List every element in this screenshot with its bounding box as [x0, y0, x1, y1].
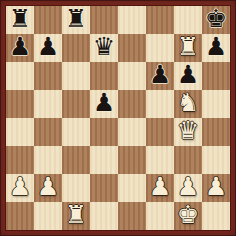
piece-black-rook[interactable]: ♜ — [65, 5, 87, 33]
square-g1[interactable]: ♚ — [174, 202, 202, 230]
piece-black-pawn[interactable]: ♟ — [93, 89, 115, 117]
square-d5[interactable]: ♟ — [90, 90, 118, 118]
square-a6[interactable] — [6, 62, 34, 90]
square-b3[interactable] — [34, 146, 62, 174]
square-b5[interactable] — [34, 90, 62, 118]
square-f7[interactable] — [146, 34, 174, 62]
piece-white-pawn[interactable]: ♟ — [149, 173, 171, 201]
piece-black-pawn[interactable]: ♟ — [9, 33, 31, 61]
square-g4[interactable]: ♛ — [174, 118, 202, 146]
square-c6[interactable] — [62, 62, 90, 90]
square-f1[interactable] — [146, 202, 174, 230]
square-e4[interactable] — [118, 118, 146, 146]
square-c7[interactable] — [62, 34, 90, 62]
piece-black-pawn[interactable]: ♟ — [37, 33, 59, 61]
square-g6[interactable]: ♟ — [174, 62, 202, 90]
square-a8[interactable]: ♜ — [6, 6, 34, 34]
piece-black-pawn[interactable]: ♟ — [149, 61, 171, 89]
square-d1[interactable] — [90, 202, 118, 230]
square-e8[interactable] — [118, 6, 146, 34]
chess-board: ♜♜♚♟♟♛♜♟♟♟♟♞♛♟♟♟♟♟♜♚ — [6, 6, 230, 230]
square-g3[interactable] — [174, 146, 202, 174]
piece-white-king[interactable]: ♚ — [177, 201, 199, 229]
square-f3[interactable] — [146, 146, 174, 174]
square-b7[interactable]: ♟ — [34, 34, 62, 62]
piece-black-pawn[interactable]: ♟ — [205, 33, 227, 61]
piece-white-knight[interactable]: ♞ — [177, 89, 199, 117]
square-g2[interactable]: ♟ — [174, 174, 202, 202]
piece-black-king[interactable]: ♚ — [205, 5, 227, 33]
square-b4[interactable] — [34, 118, 62, 146]
square-e7[interactable] — [118, 34, 146, 62]
square-d6[interactable] — [90, 62, 118, 90]
square-e6[interactable] — [118, 62, 146, 90]
square-f4[interactable] — [146, 118, 174, 146]
piece-white-pawn[interactable]: ♟ — [177, 173, 199, 201]
piece-white-pawn[interactable]: ♟ — [37, 173, 59, 201]
square-h8[interactable]: ♚ — [202, 6, 230, 34]
square-e3[interactable] — [118, 146, 146, 174]
piece-black-pawn[interactable]: ♟ — [177, 61, 199, 89]
piece-black-rook[interactable]: ♜ — [9, 5, 31, 33]
square-h3[interactable] — [202, 146, 230, 174]
square-d7[interactable]: ♛ — [90, 34, 118, 62]
square-h1[interactable] — [202, 202, 230, 230]
square-h7[interactable]: ♟ — [202, 34, 230, 62]
square-d4[interactable] — [90, 118, 118, 146]
square-g8[interactable] — [174, 6, 202, 34]
square-f8[interactable] — [146, 6, 174, 34]
square-c5[interactable] — [62, 90, 90, 118]
square-g7[interactable]: ♜ — [174, 34, 202, 62]
square-c3[interactable] — [62, 146, 90, 174]
chess-board-frame: ♜♜♚♟♟♛♜♟♟♟♟♞♛♟♟♟♟♟♜♚ — [0, 0, 236, 236]
square-e1[interactable] — [118, 202, 146, 230]
square-d2[interactable] — [90, 174, 118, 202]
square-a3[interactable] — [6, 146, 34, 174]
piece-white-rook[interactable]: ♜ — [177, 33, 199, 61]
square-g5[interactable]: ♞ — [174, 90, 202, 118]
square-h4[interactable] — [202, 118, 230, 146]
square-c2[interactable] — [62, 174, 90, 202]
square-a7[interactable]: ♟ — [6, 34, 34, 62]
square-e5[interactable] — [118, 90, 146, 118]
piece-white-rook[interactable]: ♜ — [65, 201, 87, 229]
square-b8[interactable] — [34, 6, 62, 34]
square-a2[interactable]: ♟ — [6, 174, 34, 202]
square-h6[interactable] — [202, 62, 230, 90]
square-d8[interactable] — [90, 6, 118, 34]
square-f6[interactable]: ♟ — [146, 62, 174, 90]
square-b2[interactable]: ♟ — [34, 174, 62, 202]
piece-white-pawn[interactable]: ♟ — [9, 173, 31, 201]
piece-white-queen[interactable]: ♛ — [177, 117, 199, 145]
square-a1[interactable] — [6, 202, 34, 230]
square-d3[interactable] — [90, 146, 118, 174]
square-e2[interactable] — [118, 174, 146, 202]
square-c8[interactable]: ♜ — [62, 6, 90, 34]
square-c1[interactable]: ♜ — [62, 202, 90, 230]
square-a4[interactable] — [6, 118, 34, 146]
square-h2[interactable]: ♟ — [202, 174, 230, 202]
square-b6[interactable] — [34, 62, 62, 90]
square-f2[interactable]: ♟ — [146, 174, 174, 202]
piece-black-queen[interactable]: ♛ — [93, 33, 115, 61]
square-c4[interactable] — [62, 118, 90, 146]
piece-white-pawn[interactable]: ♟ — [205, 173, 227, 201]
square-h5[interactable] — [202, 90, 230, 118]
square-f5[interactable] — [146, 90, 174, 118]
square-a5[interactable] — [6, 90, 34, 118]
square-b1[interactable] — [34, 202, 62, 230]
